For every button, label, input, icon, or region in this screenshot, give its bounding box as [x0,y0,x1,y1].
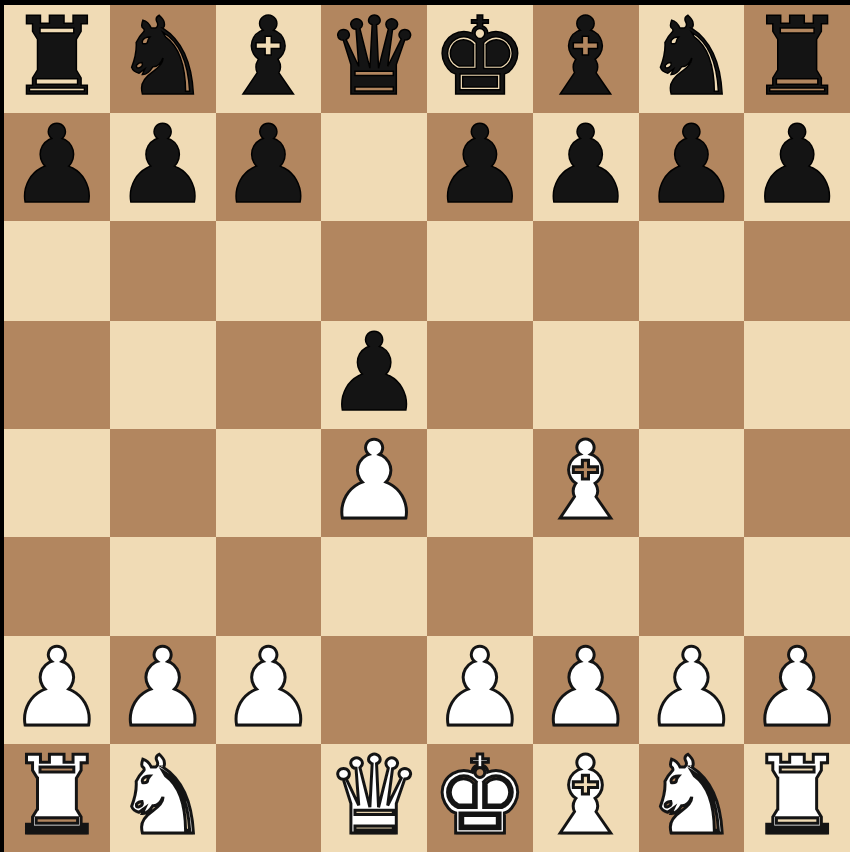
white-king[interactable]: ♚ [431,742,528,850]
square-a6[interactable] [4,221,110,321]
square-g6[interactable] [639,221,745,321]
square-f2[interactable]: ♟ [533,636,639,744]
chess-board: ♜♞♝♛♚♝♞♜♟♟♟♟♟♟♟♟♟♝♟♟♟♟♟♟♟♜♞♛♚♝♞♜ [0,0,850,852]
black-bishop[interactable]: ♝ [220,3,317,111]
square-b4[interactable] [110,429,216,537]
square-d1[interactable]: ♛ [321,744,427,852]
square-g1[interactable]: ♞ [639,744,745,852]
white-pawn[interactable]: ♟ [431,634,528,742]
square-h2[interactable]: ♟ [744,636,850,744]
square-f5[interactable] [533,321,639,429]
square-h7[interactable]: ♟ [744,113,850,221]
square-d7[interactable] [321,113,427,221]
square-h5[interactable] [744,321,850,429]
square-h1[interactable]: ♜ [744,744,850,852]
white-knight[interactable]: ♞ [643,742,740,850]
square-a3[interactable] [4,537,110,637]
black-bishop[interactable]: ♝ [537,3,634,111]
square-h3[interactable] [744,537,850,637]
square-b1[interactable]: ♞ [110,744,216,852]
white-pawn[interactable]: ♟ [8,634,105,742]
square-a2[interactable]: ♟ [4,636,110,744]
square-b6[interactable] [110,221,216,321]
square-f3[interactable] [533,537,639,637]
black-pawn[interactable]: ♟ [749,111,846,219]
square-c1[interactable] [216,744,322,852]
black-rook[interactable]: ♜ [8,3,105,111]
square-d6[interactable] [321,221,427,321]
square-c5[interactable] [216,321,322,429]
square-e5[interactable] [427,321,533,429]
white-pawn[interactable]: ♟ [749,634,846,742]
black-knight[interactable]: ♞ [114,3,211,111]
square-g7[interactable]: ♟ [639,113,745,221]
white-rook[interactable]: ♜ [749,742,846,850]
square-d4[interactable]: ♟ [321,429,427,537]
square-e8[interactable]: ♚ [427,5,533,113]
square-a1[interactable]: ♜ [4,744,110,852]
square-e3[interactable] [427,537,533,637]
square-e4[interactable] [427,429,533,537]
square-g4[interactable] [639,429,745,537]
square-a5[interactable] [4,321,110,429]
white-bishop[interactable]: ♝ [537,427,634,535]
square-c7[interactable]: ♟ [216,113,322,221]
black-pawn[interactable]: ♟ [220,111,317,219]
square-f7[interactable]: ♟ [533,113,639,221]
square-d2[interactable] [321,636,427,744]
white-pawn[interactable]: ♟ [220,634,317,742]
square-e1[interactable]: ♚ [427,744,533,852]
square-g5[interactable] [639,321,745,429]
square-g8[interactable]: ♞ [639,5,745,113]
black-queen[interactable]: ♛ [326,3,423,111]
black-pawn[interactable]: ♟ [8,111,105,219]
square-a7[interactable]: ♟ [4,113,110,221]
square-d3[interactable] [321,537,427,637]
square-c4[interactable] [216,429,322,537]
square-c2[interactable]: ♟ [216,636,322,744]
square-a4[interactable] [4,429,110,537]
square-h4[interactable] [744,429,850,537]
square-c8[interactable]: ♝ [216,5,322,113]
square-b8[interactable]: ♞ [110,5,216,113]
square-b3[interactable] [110,537,216,637]
white-queen[interactable]: ♛ [326,742,423,850]
square-f4[interactable]: ♝ [533,429,639,537]
square-f1[interactable]: ♝ [533,744,639,852]
white-pawn[interactable]: ♟ [537,634,634,742]
black-pawn[interactable]: ♟ [643,111,740,219]
black-knight[interactable]: ♞ [643,3,740,111]
square-a8[interactable]: ♜ [4,5,110,113]
square-g3[interactable] [639,537,745,637]
black-king[interactable]: ♚ [431,3,528,111]
white-pawn[interactable]: ♟ [643,634,740,742]
white-pawn[interactable]: ♟ [326,427,423,535]
square-g2[interactable]: ♟ [639,636,745,744]
square-b7[interactable]: ♟ [110,113,216,221]
square-b5[interactable] [110,321,216,429]
square-d5[interactable]: ♟ [321,321,427,429]
white-rook[interactable]: ♜ [8,742,105,850]
square-e2[interactable]: ♟ [427,636,533,744]
square-f6[interactable] [533,221,639,321]
square-h6[interactable] [744,221,850,321]
square-c3[interactable] [216,537,322,637]
white-pawn[interactable]: ♟ [114,634,211,742]
square-e6[interactable] [427,221,533,321]
square-h8[interactable]: ♜ [744,5,850,113]
square-b2[interactable]: ♟ [110,636,216,744]
square-d8[interactable]: ♛ [321,5,427,113]
black-pawn[interactable]: ♟ [114,111,211,219]
white-knight[interactable]: ♞ [114,742,211,850]
square-c6[interactable] [216,221,322,321]
black-pawn[interactable]: ♟ [431,111,528,219]
white-bishop[interactable]: ♝ [537,742,634,850]
black-rook[interactable]: ♜ [749,3,846,111]
square-e7[interactable]: ♟ [427,113,533,221]
black-pawn[interactable]: ♟ [537,111,634,219]
square-f8[interactable]: ♝ [533,5,639,113]
black-pawn[interactable]: ♟ [326,319,423,427]
